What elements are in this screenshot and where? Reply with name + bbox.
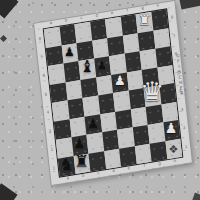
rank-label-2: 2 [179,118,189,138]
rank-label-8: 8 [167,8,177,28]
file-label-e: e [121,165,137,173]
chess-board: abcdefgh abcdefgh 87654321 87654321 ©FIS… [34,1,192,185]
file-label-h: h [167,158,183,166]
photo-corner-shadow-bottom-left [0,183,18,200]
rank-label-3: 3 [177,100,187,120]
photo-corner-shadow-top-left [0,0,18,18]
board-grid [44,9,182,176]
file-label-a: a [60,175,76,183]
photo-corner-shadow-bottom-right [192,193,200,200]
rank-label-1: 1 [181,137,191,157]
square-h1 [165,138,182,159]
file-label-b: b [75,173,91,181]
file-label-f: f [136,163,152,171]
file-label-c: c [91,170,107,178]
file-label-d: d [106,168,122,176]
photograph-background: abcdefgh abcdefgh 87654321 87654321 ©FIS… [0,0,200,200]
film-speckle [0,35,7,42]
photo-corner-shadow-top-right [179,0,200,10]
rank-label-7: 7 [169,26,179,46]
file-label-g: g [152,160,168,168]
